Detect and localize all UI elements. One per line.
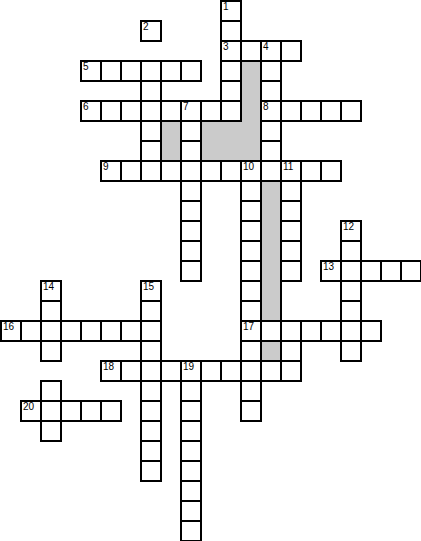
grid-cell[interactable] bbox=[180, 420, 202, 442]
grid-cell[interactable] bbox=[280, 360, 302, 382]
clue-number: 7 bbox=[183, 102, 189, 111]
grid-cell[interactable]: 7 bbox=[180, 100, 202, 122]
blocked-region-fill bbox=[262, 280, 280, 282]
grid-cell[interactable] bbox=[260, 360, 282, 382]
blocked-cell bbox=[160, 120, 182, 142]
blocked-cell bbox=[240, 120, 262, 142]
grid-cell[interactable] bbox=[120, 320, 142, 342]
grid-cell[interactable] bbox=[180, 460, 202, 482]
grid-cell[interactable] bbox=[140, 380, 162, 402]
grid-cell[interactable] bbox=[180, 260, 202, 282]
blocked-cell bbox=[260, 260, 282, 282]
grid-cell[interactable] bbox=[180, 120, 202, 142]
clue-number: 9 bbox=[103, 162, 109, 171]
blocked-region-fill bbox=[240, 142, 242, 160]
grid-cell[interactable] bbox=[40, 420, 62, 442]
blocked-region-fill bbox=[262, 260, 280, 262]
grid-cell[interactable] bbox=[180, 440, 202, 462]
grid-cell[interactable] bbox=[240, 340, 262, 362]
grid-cell[interactable]: 4 bbox=[260, 40, 282, 62]
blocked-cell bbox=[260, 220, 282, 242]
grid-cell[interactable] bbox=[240, 240, 262, 262]
blocked-cell bbox=[240, 100, 262, 122]
blocked-region-fill bbox=[240, 122, 242, 140]
grid-cell[interactable]: 13 bbox=[320, 260, 342, 282]
blocked-cell bbox=[260, 180, 282, 202]
blocked-cell bbox=[240, 80, 262, 102]
blocked-cell bbox=[160, 140, 182, 162]
clue-number: 13 bbox=[323, 262, 334, 271]
clue-number: 20 bbox=[23, 402, 34, 411]
grid-cell[interactable] bbox=[180, 220, 202, 242]
grid-cell[interactable] bbox=[220, 360, 242, 382]
grid-cell[interactable] bbox=[280, 220, 302, 242]
blocked-cell bbox=[260, 200, 282, 222]
grid-cell[interactable] bbox=[40, 380, 62, 402]
grid-cell[interactable] bbox=[340, 320, 362, 342]
grid-cell[interactable] bbox=[100, 400, 122, 422]
grid-cell[interactable]: 20 bbox=[20, 400, 42, 422]
grid-cell[interactable] bbox=[120, 100, 142, 122]
blocked-cell bbox=[220, 140, 242, 162]
grid-cell[interactable] bbox=[340, 240, 362, 262]
grid-cell[interactable] bbox=[120, 60, 142, 82]
grid-cell[interactable] bbox=[220, 20, 242, 42]
clue-number: 19 bbox=[183, 362, 194, 371]
grid-cell[interactable] bbox=[140, 80, 162, 102]
grid-cell[interactable] bbox=[60, 320, 82, 342]
grid-cell[interactable] bbox=[340, 260, 362, 282]
grid-cell[interactable] bbox=[240, 360, 262, 382]
grid-cell[interactable] bbox=[140, 460, 162, 482]
grid-cell[interactable]: 11 bbox=[280, 160, 302, 182]
grid-cell[interactable] bbox=[80, 320, 102, 342]
grid-cell[interactable] bbox=[240, 400, 262, 422]
grid-cell[interactable] bbox=[280, 240, 302, 262]
grid-cell[interactable] bbox=[340, 100, 362, 122]
blocked-cell bbox=[260, 340, 282, 362]
blocked-region-fill bbox=[242, 140, 260, 142]
grid-cell[interactable] bbox=[240, 40, 262, 62]
grid-cell[interactable] bbox=[40, 400, 62, 422]
grid-cell[interactable] bbox=[180, 60, 202, 82]
grid-cell[interactable] bbox=[160, 160, 182, 182]
grid-cell[interactable]: 5 bbox=[80, 60, 102, 82]
blocked-region-fill bbox=[242, 100, 260, 102]
blocked-region-fill bbox=[262, 300, 280, 302]
grid-cell[interactable] bbox=[280, 200, 302, 222]
grid-cell[interactable] bbox=[140, 320, 162, 342]
grid-cell[interactable] bbox=[140, 400, 162, 422]
grid-cell[interactable] bbox=[280, 180, 302, 202]
grid-cell[interactable] bbox=[100, 100, 122, 122]
grid-cell[interactable]: 6 bbox=[80, 100, 102, 122]
grid-cell[interactable] bbox=[280, 260, 302, 282]
grid-cell[interactable] bbox=[240, 300, 262, 322]
grid-cell[interactable] bbox=[280, 100, 302, 122]
grid-cell[interactable] bbox=[140, 300, 162, 322]
grid-cell[interactable]: 10 bbox=[240, 160, 262, 182]
grid-cell[interactable] bbox=[220, 160, 242, 182]
grid-cell[interactable] bbox=[260, 320, 282, 342]
grid-cell[interactable] bbox=[140, 340, 162, 362]
grid-cell[interactable]: 17 bbox=[240, 320, 262, 342]
grid-cell[interactable] bbox=[280, 340, 302, 362]
grid-cell[interactable] bbox=[260, 160, 282, 182]
grid-cell[interactable]: 3 bbox=[220, 40, 242, 62]
grid-cell[interactable] bbox=[200, 100, 222, 122]
grid-cell[interactable] bbox=[240, 200, 262, 222]
blocked-region-fill bbox=[220, 122, 222, 140]
crossword-board: 1234567891011121314151617181920 bbox=[0, 0, 421, 541]
grid-cell[interactable]: 19 bbox=[180, 360, 202, 382]
grid-cell[interactable] bbox=[380, 260, 402, 282]
grid-cell[interactable] bbox=[240, 380, 262, 402]
grid-cell[interactable] bbox=[180, 520, 202, 541]
grid-cell[interactable] bbox=[140, 100, 162, 122]
grid-cell[interactable] bbox=[160, 100, 182, 122]
grid-cell[interactable]: 15 bbox=[140, 280, 162, 302]
clue-number: 5 bbox=[83, 62, 89, 71]
blocked-cell bbox=[260, 300, 282, 322]
blocked-region-fill bbox=[162, 140, 180, 142]
clue-number: 14 bbox=[43, 282, 54, 291]
grid-cell[interactable] bbox=[40, 320, 62, 342]
grid-cell[interactable] bbox=[360, 260, 382, 282]
blocked-cell bbox=[220, 120, 242, 142]
grid-cell[interactable] bbox=[180, 480, 202, 502]
grid-cell[interactable] bbox=[220, 80, 242, 102]
grid-cell[interactable] bbox=[180, 400, 202, 422]
blocked-region-fill bbox=[220, 142, 222, 160]
blocked-region-fill bbox=[242, 120, 260, 122]
blocked-cell bbox=[200, 140, 222, 162]
grid-cell[interactable] bbox=[240, 180, 262, 202]
clue-number: 3 bbox=[223, 42, 229, 51]
grid-cell[interactable] bbox=[180, 500, 202, 522]
grid-cell[interactable]: 12 bbox=[340, 220, 362, 242]
grid-cell[interactable]: 8 bbox=[260, 100, 282, 122]
blocked-cell bbox=[260, 240, 282, 262]
grid-cell[interactable] bbox=[320, 160, 342, 182]
grid-cell[interactable]: 14 bbox=[40, 280, 62, 302]
grid-cell[interactable] bbox=[160, 360, 182, 382]
grid-cell[interactable] bbox=[140, 420, 162, 442]
blocked-cell bbox=[240, 140, 262, 162]
blocked-region-fill bbox=[202, 140, 220, 142]
blocked-cell bbox=[200, 120, 222, 142]
clue-number: 4 bbox=[263, 42, 269, 51]
grid-cell[interactable] bbox=[40, 340, 62, 362]
grid-cell[interactable] bbox=[180, 240, 202, 262]
blocked-cell bbox=[260, 280, 282, 302]
grid-cell[interactable] bbox=[140, 120, 162, 142]
grid-cell[interactable] bbox=[140, 60, 162, 82]
grid-cell[interactable] bbox=[140, 140, 162, 162]
grid-cell[interactable] bbox=[60, 400, 82, 422]
grid-cell[interactable] bbox=[120, 160, 142, 182]
blocked-region-fill bbox=[222, 140, 240, 142]
grid-cell[interactable]: 18 bbox=[100, 360, 122, 382]
grid-cell[interactable] bbox=[240, 220, 262, 242]
clue-number: 15 bbox=[143, 282, 154, 291]
grid-cell[interactable] bbox=[260, 80, 282, 102]
grid-cell[interactable] bbox=[120, 360, 142, 382]
grid-cell[interactable] bbox=[140, 440, 162, 462]
grid-cell[interactable] bbox=[360, 320, 382, 342]
clue-number: 18 bbox=[103, 362, 114, 371]
grid-cell[interactable] bbox=[260, 140, 282, 162]
clue-number: 11 bbox=[283, 162, 293, 171]
grid-cell[interactable] bbox=[220, 60, 242, 82]
grid-cell[interactable] bbox=[180, 380, 202, 402]
blocked-region-fill bbox=[262, 240, 280, 242]
grid-cell[interactable] bbox=[20, 320, 42, 342]
clue-number: 6 bbox=[83, 102, 89, 111]
grid-cell[interactable] bbox=[220, 100, 242, 122]
grid-cell[interactable] bbox=[300, 160, 322, 182]
grid-cell[interactable]: 2 bbox=[140, 20, 162, 42]
grid-cell[interactable] bbox=[140, 160, 162, 182]
grid-cell[interactable] bbox=[280, 40, 302, 62]
grid-cell[interactable] bbox=[140, 360, 162, 382]
blocked-region-fill bbox=[242, 80, 260, 82]
grid-cell[interactable] bbox=[180, 160, 202, 182]
clue-number: 8 bbox=[263, 102, 269, 111]
grid-cell[interactable] bbox=[340, 340, 362, 362]
grid-cell[interactable]: 16 bbox=[0, 320, 22, 342]
clue-number: 17 bbox=[243, 322, 254, 331]
grid-cell[interactable] bbox=[400, 260, 421, 282]
grid-cell[interactable] bbox=[260, 60, 282, 82]
grid-cell[interactable] bbox=[260, 120, 282, 142]
grid-cell[interactable]: 1 bbox=[220, 0, 242, 22]
grid-cell[interactable] bbox=[300, 320, 322, 342]
grid-cell[interactable] bbox=[180, 200, 202, 222]
blocked-region-fill bbox=[262, 220, 280, 222]
grid-cell[interactable] bbox=[80, 400, 102, 422]
grid-cell[interactable] bbox=[280, 320, 302, 342]
grid-cell[interactable] bbox=[300, 100, 322, 122]
grid-cell[interactable] bbox=[240, 260, 262, 282]
grid-cell[interactable] bbox=[200, 160, 222, 182]
clue-number: 1 bbox=[223, 2, 229, 11]
grid-cell[interactable] bbox=[200, 360, 222, 382]
grid-cell[interactable] bbox=[320, 320, 342, 342]
grid-cell[interactable] bbox=[40, 300, 62, 322]
grid-cell[interactable]: 9 bbox=[100, 160, 122, 182]
blocked-cell bbox=[240, 60, 262, 82]
grid-cell[interactable] bbox=[100, 60, 122, 82]
grid-cell[interactable] bbox=[160, 60, 182, 82]
grid-cell[interactable] bbox=[180, 140, 202, 162]
grid-cell[interactable] bbox=[340, 280, 362, 302]
clue-number: 16 bbox=[3, 322, 14, 331]
grid-cell[interactable] bbox=[320, 100, 342, 122]
clue-number: 12 bbox=[343, 222, 354, 231]
grid-cell[interactable] bbox=[100, 320, 122, 342]
blocked-region-fill bbox=[262, 200, 280, 202]
grid-cell[interactable] bbox=[240, 280, 262, 302]
clue-number: 2 bbox=[143, 22, 149, 31]
grid-cell[interactable] bbox=[340, 300, 362, 322]
clue-number: 10 bbox=[243, 162, 254, 171]
grid-cell[interactable] bbox=[180, 180, 202, 202]
